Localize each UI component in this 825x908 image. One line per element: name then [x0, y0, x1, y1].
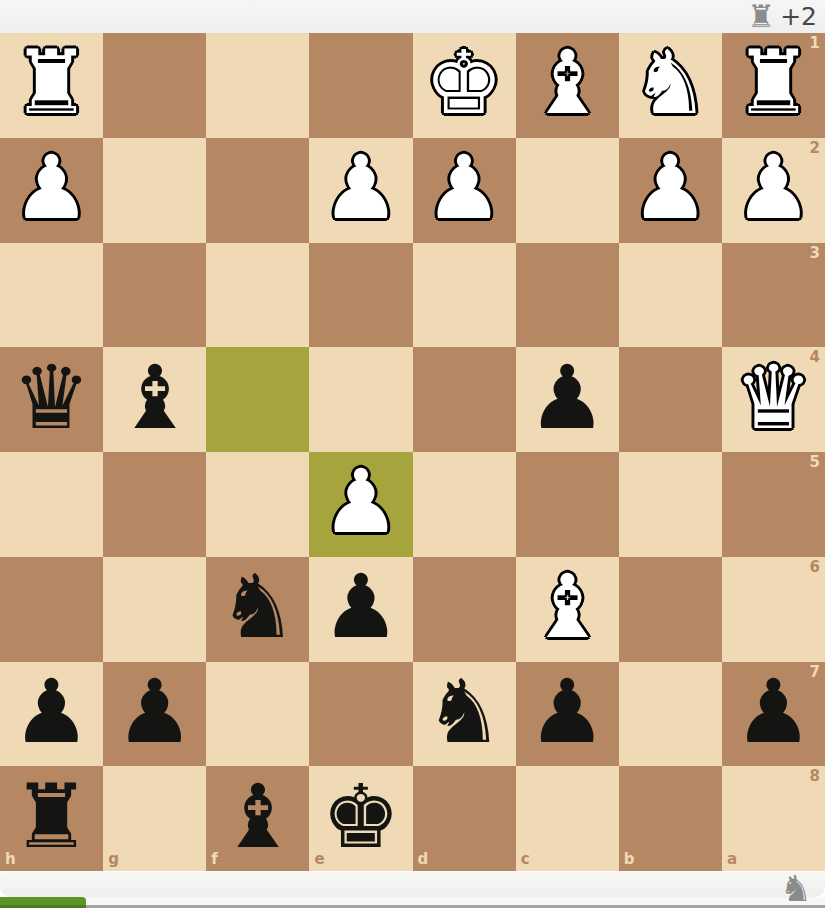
black-player-area: ♞	[0, 871, 825, 908]
square-g3[interactable]	[103, 243, 206, 348]
piece-white-bishop[interactable]: ♝	[528, 39, 607, 127]
white-player-captured-bar: ♜ +2	[0, 0, 825, 33]
square-a1[interactable]: ♜1	[722, 33, 825, 138]
piece-black-rook[interactable]: ♜	[12, 773, 91, 861]
square-a4[interactable]: ♛4	[722, 347, 825, 452]
square-d3[interactable]	[413, 243, 516, 348]
square-f2[interactable]	[206, 138, 309, 243]
square-a6[interactable]: 6	[722, 557, 825, 662]
piece-white-pawn[interactable]: ♟	[425, 144, 504, 232]
piece-white-pawn[interactable]: ♟	[12, 144, 91, 232]
file-label-h: h	[5, 852, 16, 867]
black-player-captured-bar	[0, 871, 825, 897]
piece-black-pawn[interactable]: ♟	[12, 668, 91, 756]
square-g1[interactable]	[103, 33, 206, 138]
square-d5[interactable]	[413, 452, 516, 557]
square-f4[interactable]	[206, 347, 309, 452]
piece-black-king[interactable]: ♚	[321, 773, 400, 861]
square-e4[interactable]	[309, 347, 412, 452]
square-b2[interactable]: ♟	[619, 138, 722, 243]
piece-black-knight[interactable]: ♞	[425, 668, 504, 756]
square-g7[interactable]: ♟	[103, 662, 206, 767]
rank-label-6: 6	[810, 560, 820, 575]
square-e7[interactable]	[309, 662, 412, 767]
square-h4[interactable]: ♛	[0, 347, 103, 452]
square-c2[interactable]	[516, 138, 619, 243]
piece-white-queen[interactable]: ♛	[734, 354, 813, 442]
piece-white-pawn[interactable]: ♟	[734, 144, 813, 232]
rank-label-5: 5	[810, 455, 820, 470]
piece-white-rook[interactable]: ♜	[734, 39, 813, 127]
square-a7[interactable]: ♟7	[722, 662, 825, 767]
square-b4[interactable]	[619, 347, 722, 452]
rank-label-4: 4	[810, 350, 820, 365]
square-e6[interactable]: ♟	[309, 557, 412, 662]
square-c4[interactable]: ♟	[516, 347, 619, 452]
piece-white-knight[interactable]: ♞	[631, 39, 710, 127]
square-h3[interactable]	[0, 243, 103, 348]
green-accent-bar	[0, 897, 86, 908]
square-e5[interactable]: ♟	[309, 452, 412, 557]
square-d1[interactable]: ♚	[413, 33, 516, 138]
square-h1[interactable]: ♜	[0, 33, 103, 138]
square-f5[interactable]	[206, 452, 309, 557]
square-f3[interactable]	[206, 243, 309, 348]
bottom-strip	[0, 897, 825, 908]
rank-label-2: 2	[810, 141, 820, 156]
square-a8[interactable]: 8a	[722, 766, 825, 871]
knight-icon: ♞	[780, 874, 812, 904]
square-d4[interactable]	[413, 347, 516, 452]
square-c8[interactable]: c	[516, 766, 619, 871]
square-g8[interactable]: g	[103, 766, 206, 871]
square-a5[interactable]: 5	[722, 452, 825, 557]
rank-label-8: 8	[810, 769, 820, 784]
square-c1[interactable]: ♝	[516, 33, 619, 138]
square-d2[interactable]: ♟	[413, 138, 516, 243]
piece-black-pawn[interactable]: ♟	[528, 668, 607, 756]
piece-black-pawn[interactable]: ♟	[528, 354, 607, 442]
piece-black-bishop[interactable]: ♝	[218, 773, 297, 861]
file-label-f: f	[211, 852, 218, 867]
piece-black-bishop[interactable]: ♝	[115, 354, 194, 442]
chess-app-window: ♜ +2 ♜♚♝♞♜1♟♟♟♟♟23♛♝♟♛4♟5♞♟♝6♟♟♞♟♟7♜hg♝f…	[0, 0, 825, 908]
square-e8[interactable]: ♚e	[309, 766, 412, 871]
piece-white-rook[interactable]: ♜	[12, 39, 91, 127]
file-label-c: c	[521, 852, 530, 867]
rank-label-7: 7	[810, 665, 820, 680]
piece-white-pawn[interactable]: ♟	[321, 144, 400, 232]
material-advantage: +2	[780, 0, 817, 33]
square-g4[interactable]: ♝	[103, 347, 206, 452]
piece-white-bishop[interactable]: ♝	[528, 563, 607, 651]
square-c6[interactable]: ♝	[516, 557, 619, 662]
square-b8[interactable]: b	[619, 766, 722, 871]
file-label-b: b	[624, 852, 635, 867]
square-h2[interactable]: ♟	[0, 138, 103, 243]
file-label-d: d	[418, 852, 429, 867]
square-c5[interactable]	[516, 452, 619, 557]
piece-black-queen[interactable]: ♛	[12, 354, 91, 442]
square-b3[interactable]	[619, 243, 722, 348]
square-b7[interactable]	[619, 662, 722, 767]
square-a3[interactable]: 3	[722, 243, 825, 348]
square-f6[interactable]: ♞	[206, 557, 309, 662]
piece-black-pawn[interactable]: ♟	[321, 563, 400, 651]
square-c7[interactable]: ♟	[516, 662, 619, 767]
square-e3[interactable]	[309, 243, 412, 348]
square-h5[interactable]	[0, 452, 103, 557]
square-b6[interactable]	[619, 557, 722, 662]
piece-white-pawn[interactable]: ♟	[631, 144, 710, 232]
square-d6[interactable]	[413, 557, 516, 662]
rook-icon: ♜	[747, 2, 775, 30]
square-h8[interactable]: ♜h	[0, 766, 103, 871]
file-label-a: a	[727, 852, 737, 867]
square-e1[interactable]	[309, 33, 412, 138]
piece-black-pawn[interactable]: ♟	[734, 668, 813, 756]
square-f8[interactable]: ♝f	[206, 766, 309, 871]
piece-white-king[interactable]: ♚	[425, 39, 504, 127]
rank-label-3: 3	[810, 246, 820, 261]
chess-board: ♜♚♝♞♜1♟♟♟♟♟23♛♝♟♛4♟5♞♟♝6♟♟♞♟♟7♜hg♝f♚edcb…	[0, 33, 825, 871]
square-d7[interactable]: ♞	[413, 662, 516, 767]
square-d8[interactable]: d	[413, 766, 516, 871]
file-label-g: g	[108, 852, 119, 867]
file-label-e: e	[314, 852, 324, 867]
piece-black-knight[interactable]: ♞	[218, 563, 297, 651]
square-g6[interactable]	[103, 557, 206, 662]
square-h7[interactable]: ♟	[0, 662, 103, 767]
square-h6[interactable]	[0, 557, 103, 662]
square-b1[interactable]: ♞	[619, 33, 722, 138]
square-a2[interactable]: ♟2	[722, 138, 825, 243]
square-g2[interactable]	[103, 138, 206, 243]
piece-black-pawn[interactable]: ♟	[115, 668, 194, 756]
square-f1[interactable]	[206, 33, 309, 138]
square-f7[interactable]	[206, 662, 309, 767]
rank-label-1: 1	[810, 36, 820, 51]
square-b5[interactable]	[619, 452, 722, 557]
piece-white-pawn[interactable]: ♟	[321, 458, 400, 546]
square-g5[interactable]	[103, 452, 206, 557]
square-e2[interactable]: ♟	[309, 138, 412, 243]
square-c3[interactable]	[516, 243, 619, 348]
